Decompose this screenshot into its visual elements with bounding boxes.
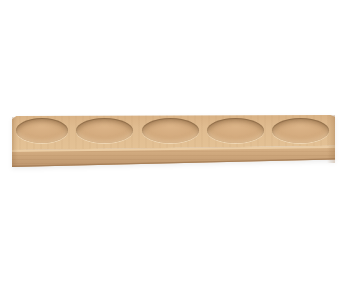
pit-3[interactable]: [142, 118, 199, 143]
pit-5-seeds: [272, 118, 329, 143]
pit-5[interactable]: [272, 118, 329, 143]
pit-2-seeds: [76, 118, 133, 143]
pit-4[interactable]: [207, 118, 264, 143]
pit-1[interactable]: [16, 118, 68, 143]
pit-3-seeds: [142, 118, 199, 143]
pit-row: [16, 118, 329, 143]
mancala-board: [12, 115, 335, 168]
pit-2[interactable]: [76, 118, 133, 143]
pit-1-seeds: [16, 118, 68, 143]
pit-4-seeds: [207, 118, 264, 143]
photo-background: [0, 0, 343, 281]
